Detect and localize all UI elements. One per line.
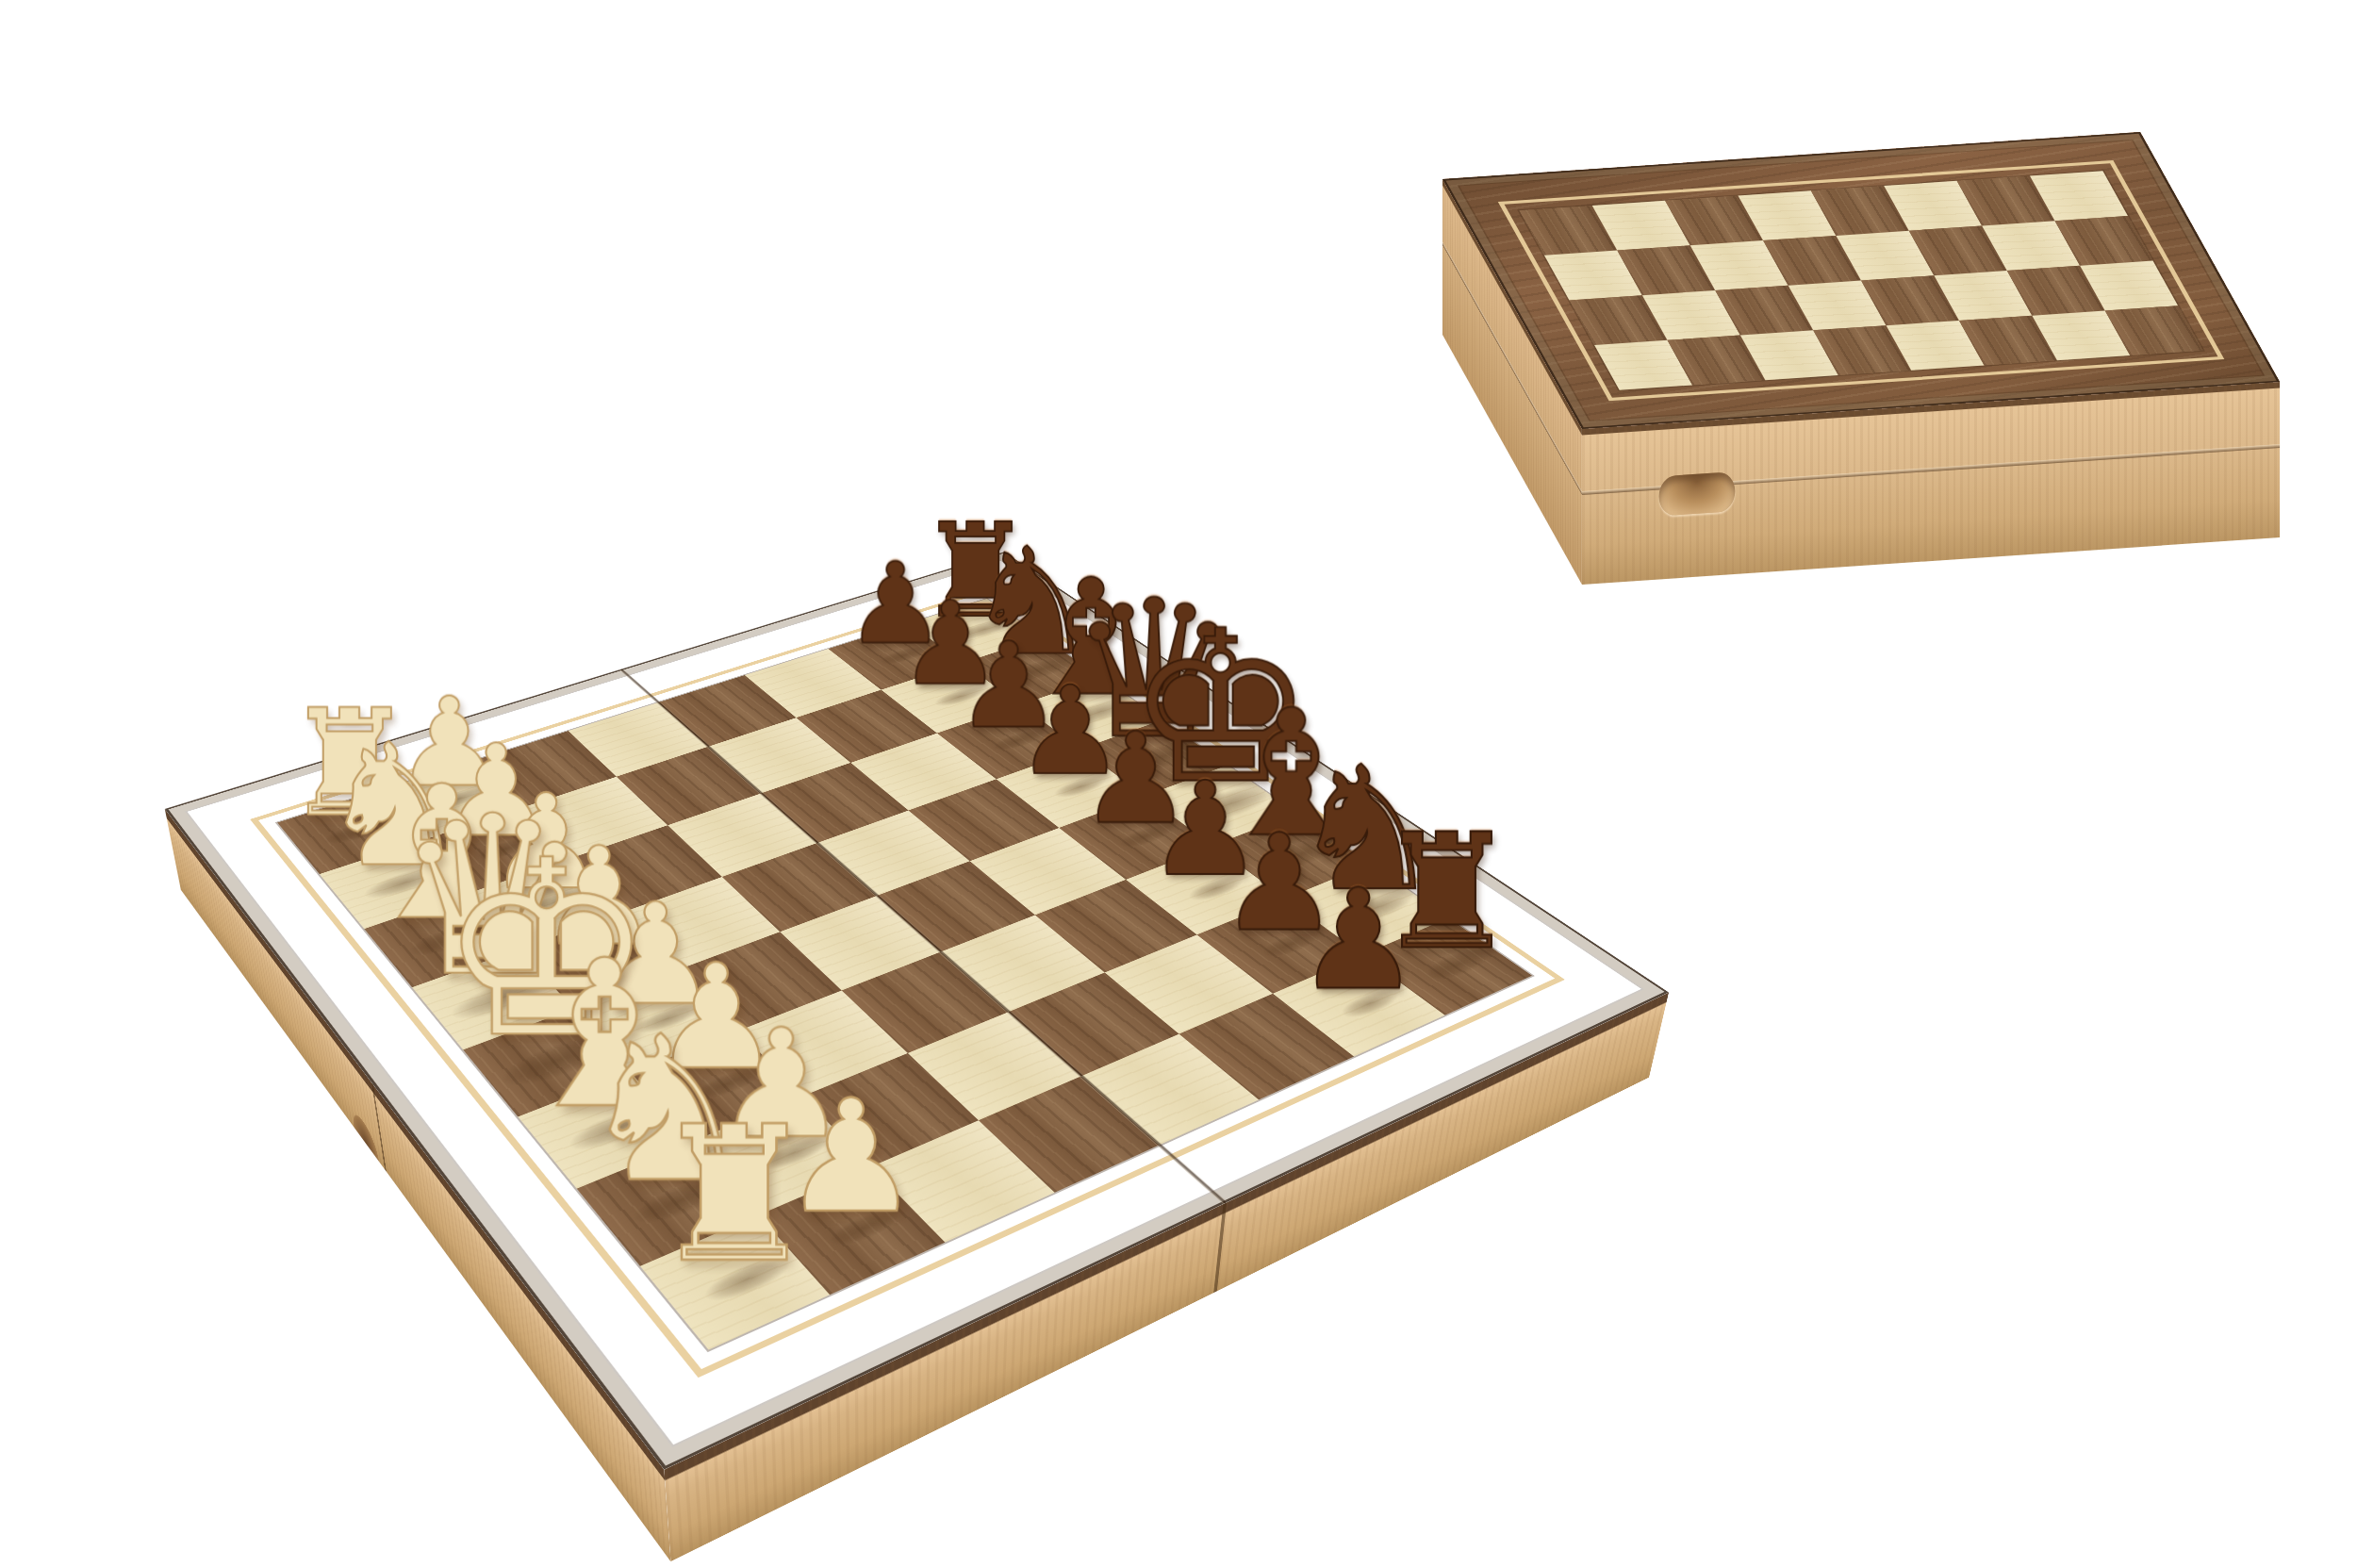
board-thumb-notch xyxy=(351,1104,379,1162)
closed-box-checker-grid xyxy=(1519,171,2202,389)
open-chess-board: ♜♞♝♛♚♝♞♜♟♟♟♟♟♟♟♟♟♟♟♟♟♟♟♟♜♞♝♛♚♝♞♜ xyxy=(165,552,1669,1470)
board-front-fold-seam xyxy=(1213,1202,1227,1293)
closed-box-thumb-notch xyxy=(1658,471,1735,516)
chess-piece-glyph: ♜ xyxy=(651,1101,818,1288)
product-photo-scene: ♜♞♝♛♚♝♞♜♟♟♟♟♟♟♟♟♟♟♟♟♟♟♟♟♜♞♝♛♚♝♞♜ xyxy=(0,0,2357,1568)
closed-box-lid xyxy=(1442,132,2280,429)
chess-piece-glyph: ♟ xyxy=(1296,871,1421,1010)
